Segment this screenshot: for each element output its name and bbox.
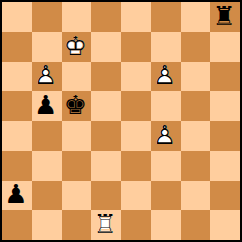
square-c5[interactable]: ♚ — [62, 91, 92, 121]
square-b5[interactable]: ♟ — [32, 91, 62, 121]
square-c8[interactable] — [62, 2, 92, 32]
square-h1[interactable] — [210, 210, 240, 240]
square-b7[interactable] — [32, 32, 62, 62]
square-h5[interactable] — [210, 91, 240, 121]
piece-glyph: ♟ — [31, 90, 61, 120]
square-d3[interactable] — [91, 151, 121, 181]
square-e3[interactable] — [121, 151, 151, 181]
square-b4[interactable] — [32, 121, 62, 151]
square-g7[interactable] — [181, 32, 211, 62]
piece-glyph: ♜ — [209, 1, 239, 31]
piece-outline-layer: ♖ — [90, 209, 120, 239]
square-a5[interactable] — [2, 91, 32, 121]
square-g6[interactable] — [181, 62, 211, 92]
white-pawn[interactable]: ♟♙ — [32, 62, 62, 92]
square-b2[interactable] — [32, 181, 62, 211]
square-d6[interactable] — [91, 62, 121, 92]
piece-outline-layer: ♙ — [150, 61, 180, 91]
square-g1[interactable] — [181, 210, 211, 240]
square-f8[interactable] — [151, 2, 181, 32]
square-e5[interactable] — [121, 91, 151, 121]
square-a1[interactable] — [2, 210, 32, 240]
chess-board: ♜♚♔♟♙♟♙♟♚♟♙♟♜♖ — [2, 2, 240, 240]
square-d1[interactable]: ♜♖ — [91, 210, 121, 240]
square-b6[interactable]: ♟♙ — [32, 62, 62, 92]
piece-glyph: ♚ — [61, 90, 91, 120]
square-f6[interactable]: ♟♙ — [151, 62, 181, 92]
square-h2[interactable] — [210, 181, 240, 211]
square-d8[interactable] — [91, 2, 121, 32]
black-king[interactable]: ♚ — [62, 91, 92, 121]
square-e1[interactable] — [121, 210, 151, 240]
square-h3[interactable] — [210, 151, 240, 181]
square-g2[interactable] — [181, 181, 211, 211]
square-h4[interactable] — [210, 121, 240, 151]
square-a3[interactable] — [2, 151, 32, 181]
square-f2[interactable] — [151, 181, 181, 211]
white-pawn[interactable]: ♟♙ — [151, 62, 181, 92]
piece-outline-layer: ♙ — [150, 120, 180, 150]
piece-outline-layer: ♙ — [31, 61, 61, 91]
piece-glyph: ♟ — [1, 180, 31, 210]
square-h8[interactable]: ♜ — [210, 2, 240, 32]
square-c1[interactable] — [62, 210, 92, 240]
square-a8[interactable] — [2, 2, 32, 32]
square-b1[interactable] — [32, 210, 62, 240]
square-f4[interactable]: ♟♙ — [151, 121, 181, 151]
square-h7[interactable] — [210, 32, 240, 62]
square-c7[interactable]: ♚♔ — [62, 32, 92, 62]
white-rook[interactable]: ♜♖ — [91, 210, 121, 240]
square-c6[interactable] — [62, 62, 92, 92]
square-e7[interactable] — [121, 32, 151, 62]
square-f5[interactable] — [151, 91, 181, 121]
square-a4[interactable] — [2, 121, 32, 151]
square-b8[interactable] — [32, 2, 62, 32]
square-c4[interactable] — [62, 121, 92, 151]
square-a2[interactable]: ♟ — [2, 181, 32, 211]
square-c2[interactable] — [62, 181, 92, 211]
white-king[interactable]: ♚♔ — [62, 32, 92, 62]
square-c3[interactable] — [62, 151, 92, 181]
square-h6[interactable] — [210, 62, 240, 92]
square-d5[interactable] — [91, 91, 121, 121]
square-e4[interactable] — [121, 121, 151, 151]
square-e2[interactable] — [121, 181, 151, 211]
square-a6[interactable] — [2, 62, 32, 92]
black-rook[interactable]: ♜ — [210, 2, 240, 32]
square-g8[interactable] — [181, 2, 211, 32]
square-f1[interactable] — [151, 210, 181, 240]
square-a7[interactable] — [2, 32, 32, 62]
square-g4[interactable] — [181, 121, 211, 151]
square-d2[interactable] — [91, 181, 121, 211]
square-g5[interactable] — [181, 91, 211, 121]
chess-board-frame: ♜♚♔♟♙♟♙♟♚♟♙♟♜♖ — [0, 0, 242, 242]
white-pawn[interactable]: ♟♙ — [151, 121, 181, 151]
piece-outline-layer: ♔ — [61, 31, 91, 61]
black-pawn[interactable]: ♟ — [2, 181, 32, 211]
square-e6[interactable] — [121, 62, 151, 92]
square-f7[interactable] — [151, 32, 181, 62]
square-d7[interactable] — [91, 32, 121, 62]
square-e8[interactable] — [121, 2, 151, 32]
black-pawn[interactable]: ♟ — [32, 91, 62, 121]
square-g3[interactable] — [181, 151, 211, 181]
square-b3[interactable] — [32, 151, 62, 181]
square-f3[interactable] — [151, 151, 181, 181]
square-d4[interactable] — [91, 121, 121, 151]
